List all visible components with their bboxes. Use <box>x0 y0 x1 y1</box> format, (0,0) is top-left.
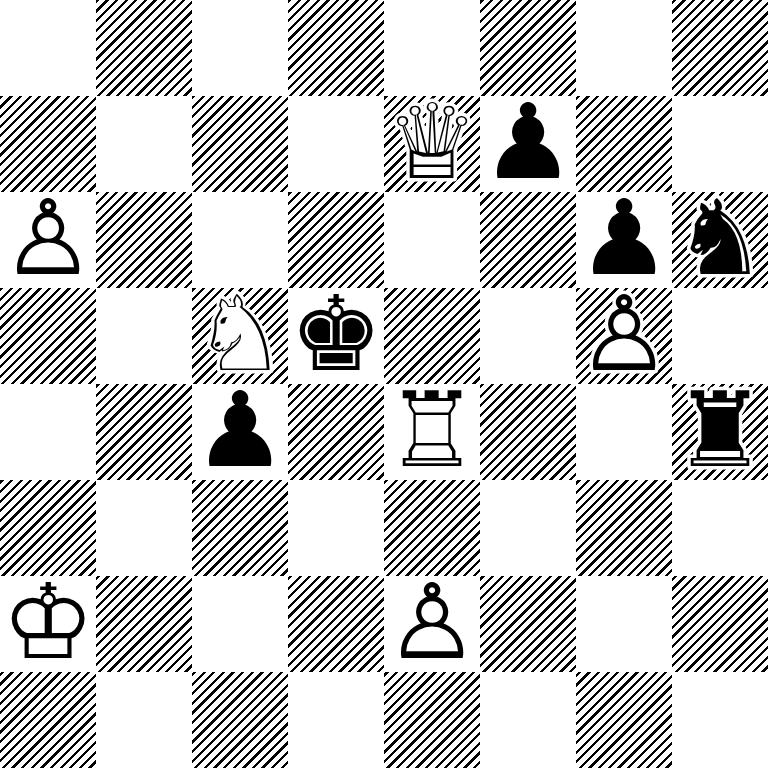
square-a2[interactable]: ♚♔ <box>0 576 96 672</box>
square-b6[interactable] <box>96 192 192 288</box>
square-b2[interactable] <box>96 576 192 672</box>
square-b3[interactable] <box>96 480 192 576</box>
square-h7[interactable] <box>672 96 768 192</box>
piece-black-pawn[interactable]: ♟♟ <box>576 192 672 288</box>
piece-face: ♙ <box>385 576 478 672</box>
square-d1[interactable] <box>288 672 384 768</box>
square-b7[interactable] <box>96 96 192 192</box>
square-e1[interactable] <box>384 672 480 768</box>
square-e7[interactable]: ♛♕ <box>384 96 480 192</box>
square-c4[interactable]: ♟♟ <box>192 384 288 480</box>
square-g2[interactable] <box>576 576 672 672</box>
square-h8[interactable] <box>672 0 768 96</box>
piece-white-knight[interactable]: ♞♘ <box>192 288 288 384</box>
square-f5[interactable] <box>480 288 576 384</box>
piece-black-pawn[interactable]: ♟♟ <box>480 96 576 192</box>
square-g4[interactable] <box>576 384 672 480</box>
square-a3[interactable] <box>0 480 96 576</box>
square-h1[interactable] <box>672 672 768 768</box>
piece-black-knight[interactable]: ♞♞ <box>672 192 768 288</box>
square-b1[interactable] <box>96 672 192 768</box>
square-g1[interactable] <box>576 672 672 768</box>
piece-white-pawn[interactable]: ♟♙ <box>0 192 96 288</box>
square-f4[interactable] <box>480 384 576 480</box>
square-d5[interactable]: ♚♚ <box>288 288 384 384</box>
square-f2[interactable] <box>480 576 576 672</box>
square-h5[interactable] <box>672 288 768 384</box>
square-h2[interactable] <box>672 576 768 672</box>
piece-face: ♖ <box>385 384 478 480</box>
square-f8[interactable] <box>480 0 576 96</box>
piece-face: ♞ <box>673 192 766 288</box>
square-h6[interactable]: ♞♞ <box>672 192 768 288</box>
square-c2[interactable] <box>192 576 288 672</box>
square-c8[interactable] <box>192 0 288 96</box>
square-d3[interactable] <box>288 480 384 576</box>
piece-face: ♔ <box>1 576 94 672</box>
piece-face: ♜ <box>673 384 766 480</box>
piece-black-rook[interactable]: ♜♜ <box>672 384 768 480</box>
square-g3[interactable] <box>576 480 672 576</box>
square-h4[interactable]: ♜♜ <box>672 384 768 480</box>
square-e8[interactable] <box>384 0 480 96</box>
square-a6[interactable]: ♟♙ <box>0 192 96 288</box>
square-e2[interactable]: ♟♙ <box>384 576 480 672</box>
square-b8[interactable] <box>96 0 192 96</box>
square-e6[interactable] <box>384 192 480 288</box>
square-f7[interactable]: ♟♟ <box>480 96 576 192</box>
piece-face: ♟ <box>577 192 670 288</box>
chess-board: ♛♕♟♟♟♙♟♟♞♞♞♘♚♚♟♙♟♟♜♖♜♜♚♔♟♙ <box>0 0 768 768</box>
square-e3[interactable] <box>384 480 480 576</box>
square-g5[interactable]: ♟♙ <box>576 288 672 384</box>
square-a8[interactable] <box>0 0 96 96</box>
square-a4[interactable] <box>0 384 96 480</box>
square-d8[interactable] <box>288 0 384 96</box>
square-c7[interactable] <box>192 96 288 192</box>
square-d6[interactable] <box>288 192 384 288</box>
piece-face: ♘ <box>193 288 286 384</box>
square-g7[interactable] <box>576 96 672 192</box>
square-d4[interactable] <box>288 384 384 480</box>
square-a1[interactable] <box>0 672 96 768</box>
piece-white-pawn[interactable]: ♟♙ <box>576 288 672 384</box>
piece-face: ♙ <box>1 192 94 288</box>
square-h3[interactable] <box>672 480 768 576</box>
piece-white-king[interactable]: ♚♔ <box>0 576 96 672</box>
square-f3[interactable] <box>480 480 576 576</box>
piece-face: ♙ <box>577 288 670 384</box>
square-f6[interactable] <box>480 192 576 288</box>
piece-black-pawn[interactable]: ♟♟ <box>192 384 288 480</box>
square-c1[interactable] <box>192 672 288 768</box>
piece-white-rook[interactable]: ♜♖ <box>384 384 480 480</box>
square-d7[interactable] <box>288 96 384 192</box>
square-f1[interactable] <box>480 672 576 768</box>
square-c3[interactable] <box>192 480 288 576</box>
square-c5[interactable]: ♞♘ <box>192 288 288 384</box>
square-e5[interactable] <box>384 288 480 384</box>
square-g6[interactable]: ♟♟ <box>576 192 672 288</box>
piece-face: ♟ <box>193 384 286 480</box>
piece-face: ♚ <box>289 288 382 384</box>
piece-white-queen[interactable]: ♛♕ <box>384 96 480 192</box>
piece-white-pawn[interactable]: ♟♙ <box>384 576 480 672</box>
square-d2[interactable] <box>288 576 384 672</box>
square-c6[interactable] <box>192 192 288 288</box>
piece-face: ♟ <box>481 96 574 192</box>
square-a5[interactable] <box>0 288 96 384</box>
square-a7[interactable] <box>0 96 96 192</box>
square-g8[interactable] <box>576 0 672 96</box>
piece-face: ♕ <box>385 96 478 192</box>
square-b5[interactable] <box>96 288 192 384</box>
piece-black-king[interactable]: ♚♚ <box>288 288 384 384</box>
square-b4[interactable] <box>96 384 192 480</box>
square-e4[interactable]: ♜♖ <box>384 384 480 480</box>
